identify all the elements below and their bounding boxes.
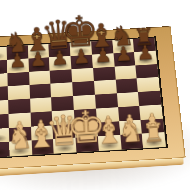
- square-h7: ♟: [134, 51, 157, 65]
- square-c6: [29, 70, 51, 85]
- square-c7: ♟: [28, 57, 50, 72]
- square-f6: [93, 66, 116, 81]
- piece-black-pawn: ♟: [0, 51, 5, 72]
- piece-black-pawn: ♟: [93, 45, 112, 66]
- piece-black-pawn: ♟: [136, 42, 155, 63]
- square-b6: [7, 72, 29, 87]
- square-g6: [114, 65, 137, 80]
- square-h1: ♜: [142, 132, 166, 148]
- square-h6: [136, 64, 159, 79]
- square-e6: [71, 68, 93, 83]
- piece-black-pawn: ♟: [29, 49, 48, 70]
- piece-black-pawn: ♟: [8, 50, 27, 71]
- square-h4: [138, 91, 161, 106]
- square-c5: [29, 84, 51, 99]
- square-g7: ♟: [113, 52, 136, 66]
- square-d5: [51, 82, 73, 97]
- square-g1: ♞: [120, 134, 144, 150]
- square-f7: ♟: [92, 53, 114, 67]
- square-a5: [0, 86, 8, 101]
- square-f5: [94, 80, 117, 95]
- chess-set-photo: ♜♞♝♛♚♝♞♜♟♟♟♟♟♟♟♟♟♟♟♟♟♟♟♟♜♞♝♛♚♝♞♜: [0, 0, 190, 190]
- piece-black-pawn: ♟: [115, 43, 134, 64]
- piece-white-rook: ♜: [142, 120, 166, 146]
- square-e7: ♟: [71, 55, 93, 69]
- piece-black-pawn: ♟: [51, 47, 70, 68]
- square-d6: [50, 69, 72, 84]
- square-g5: [115, 78, 138, 93]
- square-h5: [137, 77, 160, 92]
- square-g4: [116, 92, 139, 107]
- square-b7: ♟: [7, 58, 29, 73]
- square-b4: [8, 99, 30, 114]
- piece-black-pawn: ♟: [72, 46, 91, 67]
- square-e5: [72, 81, 95, 96]
- chess-board: ♜♞♝♛♚♝♞♜♟♟♟♟♟♟♟♟♟♟♟♟♟♟♟♟♜♞♝♛♚♝♞♜: [0, 26, 186, 171]
- playing-area: ♜♞♝♛♚♝♞♜♟♟♟♟♟♟♟♟♟♟♟♟♟♟♟♟♜♞♝♛♚♝♞♜: [0, 36, 168, 159]
- square-d7: ♟: [49, 56, 71, 71]
- square-b5: [7, 85, 29, 100]
